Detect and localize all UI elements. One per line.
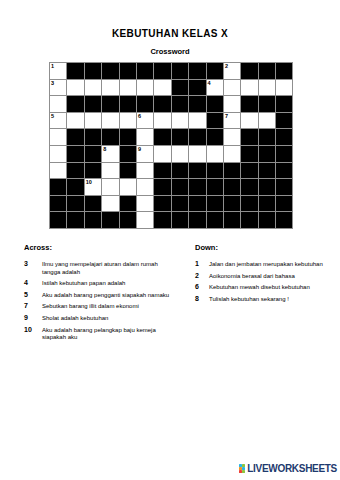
footer-brand[interactable]: LIVEWORKSHEETS <box>239 463 337 474</box>
liveworksheets-logo-icon <box>239 464 246 473</box>
down-clues-section: Down: 1Jalan dan jembatan merupakan kebu… <box>195 243 337 306</box>
cell-r4c1 <box>67 129 83 145</box>
cell-r1c8 <box>189 80 205 96</box>
cell-r6c6 <box>154 163 170 179</box>
cell-r4c9 <box>207 129 223 145</box>
cell-r6c11 <box>241 163 257 179</box>
cell-r2c7 <box>172 96 188 112</box>
cell-r1c11[interactable] <box>241 80 257 96</box>
cell-r8c13 <box>276 196 292 212</box>
cell-r5c12 <box>259 146 275 162</box>
clue-number-2: 2 <box>225 63 228 70</box>
clue-number-6: 6 <box>138 113 141 120</box>
clue-item-8: 8Tulislah kebutuhan sekarang ! <box>195 295 337 304</box>
cell-r0c1 <box>67 63 83 79</box>
cell-r3c7[interactable] <box>172 113 188 129</box>
clue-number-5: 5 <box>51 113 54 120</box>
cell-r3c6[interactable] <box>154 113 170 129</box>
cell-r9c5[interactable] <box>137 212 153 228</box>
across-clues-section: Across: 3Ilmu yang mempelajari aturan da… <box>24 243 182 345</box>
across-heading: Across: <box>24 243 182 252</box>
cell-r2c13 <box>276 96 292 112</box>
clue-item-3: 3Ilmu yang mempelajari aturan dalam ruma… <box>24 260 182 276</box>
brand-name: LIVEWORKSHEETS <box>247 463 337 474</box>
clue-item-10: 10Aku adalah barang pelangkap baju kemej… <box>24 326 182 342</box>
cell-r3c2[interactable] <box>85 113 101 129</box>
cell-r8c2 <box>85 196 101 212</box>
cell-r1c0[interactable]: 3 <box>50 80 66 96</box>
cell-r5c10[interactable] <box>224 146 240 162</box>
cell-r9c12 <box>259 212 275 228</box>
cell-r2c4 <box>120 96 136 112</box>
clue-item-7: 7Sebutkan barang illit dalam ekonomi <box>24 302 182 311</box>
cell-r2c11 <box>241 96 257 112</box>
cell-r4c2 <box>85 129 101 145</box>
clue-text: Aku adalah barang pengganti siapakah nam… <box>42 291 169 300</box>
clue-text: Istilah kebutuhan papan adalah <box>42 279 125 288</box>
cell-r4c11 <box>241 129 257 145</box>
cell-r7c13 <box>276 179 292 195</box>
cell-r7c1 <box>67 179 83 195</box>
cell-r1c1[interactable] <box>67 80 83 96</box>
cell-r3c8[interactable] <box>189 113 205 129</box>
clue-number-7: 7 <box>225 113 228 120</box>
cell-r8c10 <box>224 196 240 212</box>
cell-r5c13 <box>276 146 292 162</box>
cell-r3c5[interactable]: 6 <box>137 113 153 129</box>
clue-num: 1 <box>195 260 209 267</box>
clue-num: 7 <box>24 302 42 309</box>
cell-r5c7[interactable] <box>172 146 188 162</box>
cell-r4c10[interactable] <box>224 129 240 145</box>
cell-r8c11 <box>241 196 257 212</box>
cell-r0c5 <box>137 63 153 79</box>
cell-r7c4[interactable] <box>120 179 136 195</box>
cell-r5c6[interactable] <box>154 146 170 162</box>
cell-r5c1 <box>67 146 83 162</box>
clue-num: 10 <box>24 326 42 333</box>
cell-r6c1 <box>67 163 83 179</box>
cell-r3c0[interactable]: 5 <box>50 113 66 129</box>
cell-r4c7 <box>172 129 188 145</box>
cell-r8c0 <box>50 196 66 212</box>
cell-r7c0 <box>50 179 66 195</box>
cell-r1c13[interactable] <box>276 80 292 96</box>
cell-r4c13 <box>276 129 292 145</box>
cell-r0c7 <box>172 63 188 79</box>
cell-r6c13 <box>276 163 292 179</box>
cell-r8c1 <box>67 196 83 212</box>
cell-r6c12 <box>259 163 275 179</box>
cell-r0c6 <box>154 63 170 79</box>
cell-r3c9 <box>207 113 223 129</box>
cell-r5c2 <box>85 146 101 162</box>
cell-r2c6 <box>154 96 170 112</box>
clue-num: 9 <box>24 314 42 321</box>
cell-r4c0[interactable] <box>50 129 66 145</box>
cell-r3c3[interactable] <box>102 113 118 129</box>
down-clue-list: 1Jalan dan jembatan merupakan kebutuhan2… <box>195 260 337 303</box>
cell-r7c6 <box>154 179 170 195</box>
cell-r9c4 <box>120 212 136 228</box>
clue-number-1: 1 <box>51 63 54 70</box>
cell-r6c7 <box>172 163 188 179</box>
cell-r3c12[interactable] <box>259 113 275 129</box>
cell-r2c2 <box>85 96 101 112</box>
cell-r5c8[interactable] <box>189 146 205 162</box>
logo-color-block <box>242 470 245 473</box>
cell-r4c3 <box>102 129 118 145</box>
down-heading: Down: <box>195 243 337 252</box>
cell-r4c4 <box>120 129 136 145</box>
clue-item-1: 1Jalan dan jembatan merupakan kebutuhan <box>195 260 337 269</box>
clue-num: 3 <box>24 260 42 267</box>
clue-number-4: 4 <box>208 80 211 87</box>
clue-number-8: 8 <box>103 146 106 153</box>
cell-r7c7 <box>172 179 188 195</box>
clue-text: Sebutkan barang illit dalam ekonomi <box>42 302 139 311</box>
clue-number-10: 10 <box>86 179 92 186</box>
clue-item-4: 4Istilah kebutuhan papan adalah <box>24 279 182 288</box>
cell-r7c11 <box>241 179 257 195</box>
cell-r5c3[interactable]: 8 <box>102 146 118 162</box>
clue-num: 8 <box>195 295 209 302</box>
cell-r7c10 <box>224 179 240 195</box>
clue-text: Ilmu yang mempelajari aturan dalam rumah… <box>42 260 174 276</box>
page-title: KEBUTUHAN KELAS X <box>0 28 340 39</box>
worksheet-page: KEBUTUHAN KELAS X Crossword 12345678910 … <box>0 0 340 480</box>
cell-r0c4 <box>120 63 136 79</box>
cell-r2c9 <box>207 96 223 112</box>
clue-num: 5 <box>24 291 42 298</box>
cell-r6c0[interactable] <box>50 163 66 179</box>
cell-r0c12 <box>259 63 275 79</box>
clue-item-9: 9Sholat adalah kebutuhan <box>24 314 182 323</box>
cell-r9c7 <box>172 212 188 228</box>
cell-r3c13 <box>276 113 292 129</box>
cell-r8c9 <box>207 196 223 212</box>
cell-r9c9 <box>207 212 223 228</box>
cell-r1c7 <box>172 80 188 96</box>
cell-r3c4[interactable] <box>120 113 136 129</box>
cell-r7c9 <box>207 179 223 195</box>
cell-r7c5[interactable] <box>137 179 153 195</box>
cell-r0c0[interactable]: 1 <box>50 63 66 79</box>
clue-item-2: 2Aoikonomia berasal dari bahasa <box>195 272 337 281</box>
across-clue-list: 3Ilmu yang mempelajari aturan dalam ruma… <box>24 260 182 342</box>
cell-r9c11 <box>241 212 257 228</box>
cell-r4c12 <box>259 129 275 145</box>
cell-r3c11[interactable] <box>241 113 257 129</box>
clue-text: Aoikonomia berasal dari bahasa <box>209 272 295 281</box>
cell-r9c2 <box>85 212 101 228</box>
clue-item-5: 5Aku adalah barang pengganti siapakah na… <box>24 291 182 300</box>
cell-r1c6[interactable] <box>154 80 170 96</box>
cell-r8c6 <box>154 196 170 212</box>
clue-number-3: 3 <box>51 80 54 87</box>
cell-r8c8 <box>189 196 205 212</box>
cell-r7c2[interactable]: 10 <box>85 179 101 195</box>
cell-r7c3[interactable] <box>102 179 118 195</box>
cell-r0c13 <box>276 63 292 79</box>
cell-r6c10 <box>224 163 240 179</box>
cell-r6c3[interactable] <box>102 163 118 179</box>
cell-r2c1 <box>67 96 83 112</box>
clue-num: 6 <box>195 283 209 290</box>
cell-r6c5[interactable] <box>137 163 153 179</box>
logo-color-block <box>239 470 242 473</box>
cell-r2c12 <box>259 96 275 112</box>
clue-num: 2 <box>195 272 209 279</box>
cell-r1c5[interactable] <box>137 80 153 96</box>
cell-r1c3[interactable] <box>102 80 118 96</box>
cell-r8c7 <box>172 196 188 212</box>
clue-text: Tulislah kebutuhan sekarang ! <box>209 295 289 304</box>
clue-text: Aku adalah barang pelangkap baju kemeja … <box>42 326 174 342</box>
cell-r9c3 <box>102 212 118 228</box>
cell-r4c8 <box>189 129 205 145</box>
cell-r4c5[interactable] <box>137 129 153 145</box>
clue-number-9: 9 <box>138 146 141 153</box>
cell-r6c4 <box>120 163 136 179</box>
clue-num: 4 <box>24 279 42 286</box>
cell-r2c3 <box>102 96 118 112</box>
cell-r7c12 <box>259 179 275 195</box>
cell-r8c4 <box>120 196 136 212</box>
cell-r7c8 <box>189 179 205 195</box>
cell-r4c6 <box>154 129 170 145</box>
cell-r6c9 <box>207 163 223 179</box>
cell-r9c13 <box>276 212 292 228</box>
cell-r5c4 <box>120 146 136 162</box>
clue-item-6: 6Kebutuhan mewah disebut kebutuhan <box>195 283 337 292</box>
cell-r1c4[interactable] <box>120 80 136 96</box>
clue-text: Sholat adalah kebutuhan <box>42 314 108 323</box>
cell-r2c0[interactable] <box>50 96 66 112</box>
cell-r8c3[interactable] <box>102 196 118 212</box>
cell-r5c5[interactable]: 9 <box>137 146 153 162</box>
cell-r0c3 <box>102 63 118 79</box>
cell-r5c11 <box>241 146 257 162</box>
cell-r9c0 <box>50 212 66 228</box>
cell-r0c2 <box>85 63 101 79</box>
cell-r5c9[interactable] <box>207 146 223 162</box>
crossword-grid: 12345678910 <box>49 62 293 229</box>
cell-r6c8 <box>189 163 205 179</box>
cell-r0c11 <box>241 63 257 79</box>
cell-r0c10[interactable]: 2 <box>224 63 240 79</box>
clue-text: Kebutuhan mewah disebut kebutuhan <box>209 283 310 292</box>
cell-r2c5 <box>137 96 153 112</box>
cell-r9c6 <box>154 212 170 228</box>
cell-r9c1 <box>67 212 83 228</box>
cell-r2c8 <box>189 96 205 112</box>
clue-text: Jalan dan jembatan merupakan kebutuhan <box>209 260 323 269</box>
cell-r5c0[interactable] <box>50 146 66 162</box>
cell-r1c2[interactable] <box>85 80 101 96</box>
cell-r3c1[interactable] <box>67 113 83 129</box>
cell-r9c10 <box>224 212 240 228</box>
cell-r2c10[interactable] <box>224 96 240 112</box>
cell-r1c9[interactable]: 4 <box>207 80 223 96</box>
cell-r8c12 <box>259 196 275 212</box>
cell-r0c8 <box>189 63 205 79</box>
cell-r3c10[interactable]: 7 <box>224 113 240 129</box>
cell-r1c10[interactable] <box>224 80 240 96</box>
cell-r6c2 <box>85 163 101 179</box>
cell-r9c8 <box>189 212 205 228</box>
cell-r0c9 <box>207 63 223 79</box>
page-subtitle: Crossword <box>0 47 340 56</box>
cell-r1c12[interactable] <box>259 80 275 96</box>
cell-r8c5[interactable] <box>137 196 153 212</box>
